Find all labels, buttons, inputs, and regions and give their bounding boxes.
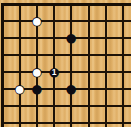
board-point[interactable] — [0, 30, 11, 47]
board-point[interactable] — [11, 47, 28, 64]
board-point[interactable] — [45, 98, 62, 115]
stone-circle-glyph-fill: ● — [11, 81, 28, 98]
stone-circle-glyph-fill: ● — [28, 13, 45, 30]
board-point[interactable] — [80, 47, 97, 64]
black-stone: ● — [63, 30, 80, 47]
board-point[interactable] — [114, 30, 131, 47]
board-point[interactable] — [97, 98, 114, 115]
board-point[interactable] — [45, 30, 62, 47]
board-point[interactable] — [114, 0, 131, 13]
board-point[interactable] — [11, 13, 28, 30]
board-point[interactable] — [97, 0, 114, 13]
board-point[interactable] — [80, 98, 97, 115]
black-stone: ● — [28, 81, 45, 98]
board-point[interactable] — [114, 115, 131, 128]
stone-circle-glyph: ● — [63, 30, 80, 47]
board-point[interactable] — [0, 13, 11, 30]
board-point[interactable] — [80, 13, 97, 30]
board-point[interactable] — [97, 13, 114, 30]
board-point[interactable] — [114, 81, 131, 98]
board-point[interactable] — [0, 47, 11, 64]
board-point[interactable] — [0, 115, 11, 128]
board-point[interactable] — [63, 115, 80, 128]
white-stone: ●● — [11, 81, 28, 98]
board-point[interactable] — [11, 30, 28, 47]
board-point[interactable] — [11, 0, 28, 13]
white-stone: ●● — [28, 13, 45, 30]
board-point[interactable] — [0, 98, 11, 115]
board-point[interactable] — [80, 30, 97, 47]
board-point[interactable] — [114, 13, 131, 30]
board-point[interactable] — [63, 0, 80, 13]
board-point[interactable] — [97, 30, 114, 47]
board-point[interactable] — [80, 64, 97, 81]
board-point[interactable] — [45, 0, 62, 13]
board-point[interactable] — [45, 13, 62, 30]
board-point[interactable] — [97, 47, 114, 64]
board-point[interactable] — [114, 98, 131, 115]
stone-circle-glyph: ● — [63, 81, 80, 98]
board-point[interactable] — [80, 0, 97, 13]
board-point[interactable] — [11, 115, 28, 128]
board-point[interactable] — [97, 64, 114, 81]
board-point[interactable] — [114, 64, 131, 81]
black-stone: ● — [63, 81, 80, 98]
black-stone-move-1: ●1 — [45, 64, 62, 81]
board-point[interactable] — [80, 81, 97, 98]
board-point[interactable] — [114, 47, 131, 64]
board-point[interactable] — [80, 115, 97, 128]
board-point[interactable] — [0, 64, 11, 81]
board-point[interactable] — [28, 115, 45, 128]
board-point[interactable] — [45, 115, 62, 128]
stone-circle-glyph: ● — [28, 81, 45, 98]
intersection-grid: ●●●●●●1●●●● — [0, 0, 131, 127]
board-point[interactable] — [97, 115, 114, 128]
move-number-label: 1 — [45, 64, 62, 81]
go-board[interactable]: ●●●●●●1●●●● — [0, 0, 131, 127]
board-point[interactable] — [97, 81, 114, 98]
board-point[interactable] — [0, 0, 11, 13]
board-point[interactable] — [0, 81, 11, 98]
